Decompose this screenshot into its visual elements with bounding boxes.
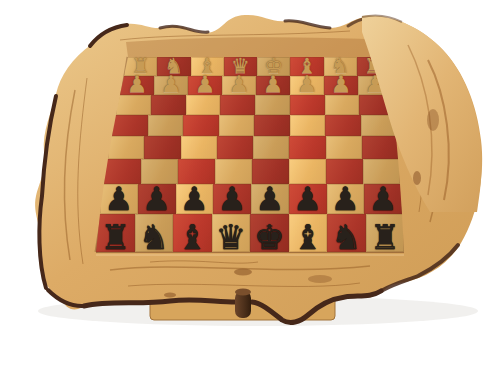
piece-light-pawn[interactable]: ♟: [365, 73, 386, 96]
square-f5[interactable]: [289, 136, 325, 159]
piece-dark-knight[interactable]: ♞: [331, 220, 362, 254]
piece-dark-bishop[interactable]: ♝: [292, 220, 323, 254]
board-rank-row: [108, 136, 398, 159]
piece-light-pawn[interactable]: ♟: [331, 73, 352, 96]
square-f3[interactable]: [290, 95, 325, 115]
piece-light-pawn[interactable]: ♟: [195, 73, 216, 96]
piece-dark-pawn[interactable]: ♟: [104, 183, 133, 215]
piece-dark-pawn[interactable]: ♟: [218, 183, 247, 215]
piece-dark-bishop[interactable]: ♝: [177, 220, 208, 254]
square-h3[interactable]: [359, 95, 394, 115]
piece-dark-pawn[interactable]: ♟: [369, 183, 398, 215]
piece-dark-knight[interactable]: ♞: [138, 220, 169, 254]
piece-dark-king[interactable]: ♚: [254, 220, 285, 254]
square-b5[interactable]: [144, 136, 180, 159]
piece-dark-pawn[interactable]: ♟: [142, 183, 171, 215]
square-e4[interactable]: [254, 115, 290, 136]
piece-light-pawn[interactable]: ♟: [297, 73, 318, 96]
square-h4[interactable]: [361, 115, 397, 136]
board-rank-row: [112, 115, 396, 136]
piece-dark-queen[interactable]: ♛: [215, 220, 246, 254]
piece-light-pawn[interactable]: ♟: [229, 73, 250, 96]
square-a3[interactable]: [116, 95, 151, 115]
square-f4[interactable]: [290, 115, 326, 136]
square-b3[interactable]: [151, 95, 186, 115]
square-c5[interactable]: [181, 136, 217, 159]
square-c3[interactable]: [186, 95, 221, 115]
piece-dark-rook[interactable]: ♜: [100, 220, 131, 254]
piece-dark-pawn[interactable]: ♟: [331, 183, 360, 215]
square-d4[interactable]: [219, 115, 255, 136]
square-h5[interactable]: [362, 136, 398, 159]
chess-board-product-photo: ♜♞♝♛♚♝♞♜♟♟♟♟♟♟♟♟♟♟♟♟♟♟♟♟♜♞♝♛♚♝♞♜: [0, 0, 500, 375]
piece-dark-pawn[interactable]: ♟: [180, 183, 209, 215]
chess-board: [0, 0, 500, 375]
piece-light-pawn[interactable]: ♟: [263, 73, 284, 96]
piece-dark-pawn[interactable]: ♟: [255, 183, 284, 215]
piece-dark-rook[interactable]: ♜: [369, 220, 400, 254]
square-b4[interactable]: [148, 115, 184, 136]
square-g5[interactable]: [326, 136, 362, 159]
square-a5[interactable]: [108, 136, 144, 159]
square-c4[interactable]: [183, 115, 219, 136]
square-g4[interactable]: [325, 115, 361, 136]
square-e3[interactable]: [255, 95, 290, 115]
board-rank-row: [116, 95, 394, 115]
square-g3[interactable]: [325, 95, 360, 115]
piece-light-pawn[interactable]: ♟: [127, 73, 148, 96]
piece-light-pawn[interactable]: ♟: [161, 73, 182, 96]
square-a4[interactable]: [112, 115, 148, 136]
square-d5[interactable]: [217, 136, 253, 159]
square-d3[interactable]: [220, 95, 255, 115]
piece-dark-pawn[interactable]: ♟: [293, 183, 322, 215]
square-e5[interactable]: [253, 136, 289, 159]
